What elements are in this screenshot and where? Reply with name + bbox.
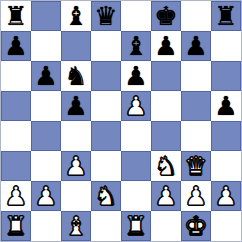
square-e6[interactable]: ♟	[121, 61, 151, 91]
square-d8[interactable]: ♛	[91, 1, 121, 31]
square-d4[interactable]	[91, 121, 121, 151]
square-d2[interactable]: ♞	[91, 181, 121, 211]
square-c3[interactable]: ♟	[61, 151, 91, 181]
square-b4[interactable]	[31, 121, 61, 151]
square-c7[interactable]	[61, 31, 91, 61]
square-g8[interactable]	[181, 1, 211, 31]
square-h4[interactable]	[211, 121, 241, 151]
square-e2[interactable]	[121, 181, 151, 211]
square-b2[interactable]: ♟	[31, 181, 61, 211]
square-h7[interactable]	[211, 31, 241, 61]
black-rook-h8: ♜	[214, 1, 237, 31]
square-e5[interactable]: ♟	[121, 91, 151, 121]
white-bishop-c1: ♝	[64, 211, 87, 241]
white-pawn-f2: ♟	[154, 181, 177, 211]
square-b8[interactable]	[31, 1, 61, 31]
square-a6[interactable]	[1, 61, 31, 91]
white-pawn-a2: ♟	[4, 181, 27, 211]
square-f5[interactable]	[151, 91, 181, 121]
square-b1[interactable]	[31, 211, 61, 241]
square-d3[interactable]	[91, 151, 121, 181]
square-g5[interactable]	[181, 91, 211, 121]
square-c4[interactable]	[61, 121, 91, 151]
square-f8[interactable]: ♚	[151, 1, 181, 31]
black-pawn-b6: ♟	[34, 61, 57, 91]
square-e3[interactable]	[121, 151, 151, 181]
white-pawn-g2: ♟	[184, 181, 207, 211]
square-a7[interactable]: ♟	[1, 31, 31, 61]
square-h2[interactable]: ♟	[211, 181, 241, 211]
square-h1[interactable]	[211, 211, 241, 241]
square-f2[interactable]: ♟	[151, 181, 181, 211]
square-c5[interactable]: ♟	[61, 91, 91, 121]
square-h3[interactable]	[211, 151, 241, 181]
square-a3[interactable]	[1, 151, 31, 181]
white-pawn-c3: ♟	[64, 151, 87, 181]
square-a8[interactable]: ♜	[1, 1, 31, 31]
square-f7[interactable]: ♟	[151, 31, 181, 61]
white-queen-g3: ♛	[184, 151, 207, 181]
square-e7[interactable]: ♝	[121, 31, 151, 61]
square-g6[interactable]	[181, 61, 211, 91]
square-b7[interactable]	[31, 31, 61, 61]
square-b5[interactable]	[31, 91, 61, 121]
square-a5[interactable]	[1, 91, 31, 121]
square-h5[interactable]: ♟	[211, 91, 241, 121]
square-h6[interactable]	[211, 61, 241, 91]
white-rook-e1: ♜	[124, 211, 147, 241]
black-pawn-h5: ♟	[214, 91, 237, 121]
square-g7[interactable]: ♟	[181, 31, 211, 61]
black-bishop-e7: ♝	[124, 31, 147, 61]
square-d6[interactable]	[91, 61, 121, 91]
white-knight-f3: ♞	[154, 151, 177, 181]
square-h8[interactable]: ♜	[211, 1, 241, 31]
square-g4[interactable]	[181, 121, 211, 151]
square-a2[interactable]: ♟	[1, 181, 31, 211]
white-pawn-e5: ♟	[124, 91, 147, 121]
square-c2[interactable]	[61, 181, 91, 211]
black-rook-a8: ♜	[4, 1, 27, 31]
square-b3[interactable]	[31, 151, 61, 181]
black-queen-d8: ♛	[94, 1, 117, 31]
black-king-f8: ♚	[154, 1, 177, 31]
square-d7[interactable]	[91, 31, 121, 61]
square-g1[interactable]: ♚	[181, 211, 211, 241]
black-pawn-c5: ♟	[64, 91, 87, 121]
square-e4[interactable]	[121, 121, 151, 151]
square-b6[interactable]: ♟	[31, 61, 61, 91]
square-e1[interactable]: ♜	[121, 211, 151, 241]
square-f4[interactable]	[151, 121, 181, 151]
white-knight-d2: ♞	[94, 181, 117, 211]
square-d5[interactable]	[91, 91, 121, 121]
square-d1[interactable]	[91, 211, 121, 241]
black-pawn-f7: ♟	[154, 31, 177, 61]
black-pawn-e6: ♟	[124, 61, 147, 91]
black-knight-c6: ♞	[64, 61, 87, 91]
square-e8[interactable]	[121, 1, 151, 31]
square-g3[interactable]: ♛	[181, 151, 211, 181]
chess-board: ♜♝♛♚♜♟♝♟♟♟♞♟♟♟♟♟♞♛♟♟♞♟♟♟♜♝♜♚	[0, 0, 242, 242]
black-bishop-c8: ♝	[64, 1, 87, 31]
black-pawn-a7: ♟	[4, 31, 27, 61]
white-rook-a1: ♜	[4, 211, 27, 241]
black-pawn-g7: ♟	[184, 31, 207, 61]
square-a4[interactable]	[1, 121, 31, 151]
square-a1[interactable]: ♜	[1, 211, 31, 241]
white-pawn-h2: ♟	[214, 181, 237, 211]
chess-diagram: ♜♝♛♚♜♟♝♟♟♟♞♟♟♟♟♟♞♛♟♟♞♟♟♟♜♝♜♚	[0, 0, 242, 242]
square-f1[interactable]	[151, 211, 181, 241]
white-pawn-b2: ♟	[34, 181, 57, 211]
square-f3[interactable]: ♞	[151, 151, 181, 181]
square-c1[interactable]: ♝	[61, 211, 91, 241]
square-c6[interactable]: ♞	[61, 61, 91, 91]
white-king-g1: ♚	[184, 211, 207, 241]
square-c8[interactable]: ♝	[61, 1, 91, 31]
square-f6[interactable]	[151, 61, 181, 91]
square-g2[interactable]: ♟	[181, 181, 211, 211]
